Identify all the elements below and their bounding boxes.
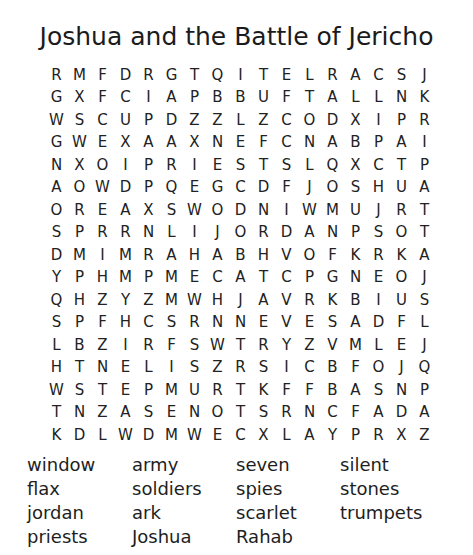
grid-cell-r9c7[interactable]: H (183, 244, 206, 267)
grid-cell-r12c4[interactable]: H (114, 312, 137, 335)
grid-cell-r5c7[interactable]: I (183, 154, 206, 177)
grid-cell-r8c6[interactable]: L (160, 222, 183, 245)
grid-cell-r1c1[interactable]: R (45, 64, 68, 87)
grid-cell-r1c12[interactable]: L (298, 64, 321, 87)
word-item-ark: ark (132, 501, 236, 525)
grid-cell-r11c14[interactable]: B (344, 289, 367, 312)
grid-cell-r1c17[interactable]: J (413, 64, 436, 87)
grid-cell-r15c7[interactable]: U (183, 379, 206, 402)
grid-cell-r10c12[interactable]: P (298, 267, 321, 290)
grid-cell-r8c3[interactable]: R (91, 222, 114, 245)
grid-cell-r14c3[interactable]: N (91, 357, 114, 380)
grid-cell-r6c10[interactable]: D (252, 177, 275, 200)
grid-cell-r5c17[interactable]: P (413, 154, 436, 177)
grid-cell-r7c12[interactable]: W (298, 199, 321, 222)
grid-cell-r5c5[interactable]: P (137, 154, 160, 177)
grid-cell-r4c4[interactable]: X (114, 132, 137, 155)
grid-cell-r16c15[interactable]: A (367, 402, 390, 425)
grid-cell-r3c17[interactable]: R (413, 109, 436, 132)
grid-cell-r2c16[interactable]: N (390, 87, 413, 110)
grid-cell-r10c8[interactable]: C (206, 267, 229, 290)
grid-cell-r16c13[interactable]: C (321, 402, 344, 425)
word-list-column-4: silentstonestrumpets (340, 453, 444, 549)
grid-cell-r4c17[interactable]: I (413, 132, 436, 155)
grid-cell-r14c17[interactable]: Q (413, 357, 436, 380)
grid-cell-r11c1[interactable]: Q (45, 289, 68, 312)
grid-cell-r7c13[interactable]: M (321, 199, 344, 222)
grid-cell-r9c4[interactable]: M (114, 244, 137, 267)
grid-cell-r6c12[interactable]: J (298, 177, 321, 200)
grid-cell-r8c1[interactable]: S (45, 222, 68, 245)
grid-cell-r11c16[interactable]: U (390, 289, 413, 312)
grid-cell-r9c10[interactable]: H (252, 244, 275, 267)
grid-cell-r7c10[interactable]: N (252, 199, 275, 222)
grid-cell-r13c10[interactable]: R (252, 334, 275, 357)
grid-cell-r16c2[interactable]: N (68, 402, 91, 425)
grid-cell-r12c7[interactable]: R (183, 312, 206, 335)
grid-cell-r15c5[interactable]: P (137, 379, 160, 402)
grid-cell-r11c9[interactable]: J (229, 289, 252, 312)
grid-cell-r5c4[interactable]: I (114, 154, 137, 177)
grid-cell-r15c11[interactable]: F (275, 379, 298, 402)
grid-cell-r7c4[interactable]: A (114, 199, 137, 222)
grid-cell-r12c9[interactable]: N (229, 312, 252, 335)
grid-cell-r8c16[interactable]: O (390, 222, 413, 245)
grid-cell-r9c11[interactable]: V (275, 244, 298, 267)
word-list-column-2: armysoldiersarkJoshua (132, 453, 236, 549)
grid-cell-r6c6[interactable]: Q (160, 177, 183, 200)
grid-cell-r17c6[interactable]: M (160, 424, 183, 447)
grid-cell-r15c10[interactable]: K (252, 379, 275, 402)
grid-cell-r9c16[interactable]: K (390, 244, 413, 267)
grid-cell-r8c11[interactable]: D (275, 222, 298, 245)
grid-cell-r17c10[interactable]: X (252, 424, 275, 447)
grid-cell-r4c7[interactable]: X (183, 132, 206, 155)
grid-cell-r14c6[interactable]: I (160, 357, 183, 380)
grid-cell-r15c1[interactable]: W (45, 379, 68, 402)
grid-cell-r4c12[interactable]: N (298, 132, 321, 155)
grid-cell-r6c4[interactable]: D (114, 177, 137, 200)
grid-cell-r3c7[interactable]: Z (183, 109, 206, 132)
grid-cell-r17c2[interactable]: D (68, 424, 91, 447)
grid-cell-r16c7[interactable]: N (183, 402, 206, 425)
grid-cell-r2c8[interactable]: B (206, 87, 229, 110)
grid-cell-r4c1[interactable]: G (45, 132, 68, 155)
grid-cell-r6c5[interactable]: P (137, 177, 160, 200)
grid-cell-r4c2[interactable]: W (68, 132, 91, 155)
grid-cell-r5c11[interactable]: S (275, 154, 298, 177)
grid-cell-r3c6[interactable]: D (160, 109, 183, 132)
grid-cell-r7c16[interactable]: R (390, 199, 413, 222)
grid-cell-r17c1[interactable]: K (45, 424, 68, 447)
grid-cell-r7c5[interactable]: X (137, 199, 160, 222)
grid-cell-r1c16[interactable]: S (390, 64, 413, 87)
grid-cell-r6c16[interactable]: U (390, 177, 413, 200)
grid-cell-r14c5[interactable]: L (137, 357, 160, 380)
grid-cell-r4c13[interactable]: A (321, 132, 344, 155)
grid-cell-r1c3[interactable]: F (91, 64, 114, 87)
grid-cell-r2c3[interactable]: F (91, 87, 114, 110)
grid-cell-r7c8[interactable]: O (206, 199, 229, 222)
grid-cell-r15c16[interactable]: N (390, 379, 413, 402)
grid-cell-r3c11[interactable]: C (275, 109, 298, 132)
grid-cell-r16c14[interactable]: F (344, 402, 367, 425)
grid-cell-r3c14[interactable]: X (344, 109, 367, 132)
grid-cell-r15c4[interactable]: E (114, 379, 137, 402)
grid-cell-r13c12[interactable]: Z (298, 334, 321, 357)
grid-cell-r11c2[interactable]: H (68, 289, 91, 312)
grid-cell-r10c2[interactable]: P (68, 267, 91, 290)
grid-cell-r8c4[interactable]: R (114, 222, 137, 245)
grid-cell-r17c3[interactable]: L (91, 424, 114, 447)
grid-cell-r2c9[interactable]: B (229, 87, 252, 110)
word-item-scarlet: scarlet (236, 501, 340, 525)
grid-cell-r17c9[interactable]: C (229, 424, 252, 447)
grid-cell-r4c14[interactable]: B (344, 132, 367, 155)
grid-cell-r10c10[interactable]: T (252, 267, 275, 290)
grid-cell-r10c14[interactable]: N (344, 267, 367, 290)
grid-cell-r13c1[interactable]: L (45, 334, 68, 357)
grid-cell-r7c17[interactable]: T (413, 199, 436, 222)
grid-cell-r1c14[interactable]: A (344, 64, 367, 87)
grid-cell-r7c3[interactable]: E (91, 199, 114, 222)
grid-cell-r9c12[interactable]: O (298, 244, 321, 267)
grid-cell-r3c1[interactable]: W (45, 109, 68, 132)
grid-cell-r13c5[interactable]: R (137, 334, 160, 357)
grid-cell-r11c3[interactable]: Z (91, 289, 114, 312)
grid-cell-r16c1[interactable]: T (45, 402, 68, 425)
grid-cell-r12c13[interactable]: S (321, 312, 344, 335)
grid-cell-r13c6[interactable]: F (160, 334, 183, 357)
grid-cell-r17c5[interactable]: D (137, 424, 160, 447)
grid-cell-r6c7[interactable]: E (183, 177, 206, 200)
grid-cell-r12c2[interactable]: P (68, 312, 91, 335)
grid-cell-r12c6[interactable]: S (160, 312, 183, 335)
grid-cell-r12c8[interactable]: N (206, 312, 229, 335)
grid-cell-r2c5[interactable]: I (137, 87, 160, 110)
grid-cell-r16c12[interactable]: N (298, 402, 321, 425)
grid-cell-r6c1[interactable]: A (45, 177, 68, 200)
grid-cell-r8c15[interactable]: S (367, 222, 390, 245)
grid-cell-r7c11[interactable]: I (275, 199, 298, 222)
grid-cell-r15c15[interactable]: S (367, 379, 390, 402)
grid-cell-r15c3[interactable]: T (91, 379, 114, 402)
grid-cell-r11c6[interactable]: M (160, 289, 183, 312)
grid-cell-r4c8[interactable]: N (206, 132, 229, 155)
grid-cell-r9c6[interactable]: A (160, 244, 183, 267)
grid-cell-r4c9[interactable]: E (229, 132, 252, 155)
grid-cell-r9c13[interactable]: F (321, 244, 344, 267)
grid-cell-r1c7[interactable]: T (183, 64, 206, 87)
grid-cell-r2c13[interactable]: A (321, 87, 344, 110)
grid-cell-r16c8[interactable]: O (206, 402, 229, 425)
grid-cell-r11c11[interactable]: V (275, 289, 298, 312)
grid-cell-r5c9[interactable]: S (229, 154, 252, 177)
grid-cell-r15c13[interactable]: B (321, 379, 344, 402)
grid-cell-r5c8[interactable]: E (206, 154, 229, 177)
grid-cell-r13c15[interactable]: L (367, 334, 390, 357)
grid-cell-r17c4[interactable]: W (114, 424, 137, 447)
word-item-window: window (27, 453, 132, 477)
grid-cell-r11c13[interactable]: K (321, 289, 344, 312)
grid-cell-r13c8[interactable]: W (206, 334, 229, 357)
grid-cell-r16c10[interactable]: S (252, 402, 275, 425)
grid-cell-r2c7[interactable]: P (183, 87, 206, 110)
grid-cell-r10c11[interactable]: C (275, 267, 298, 290)
grid-cell-r16c17[interactable]: A (413, 402, 436, 425)
grid-cell-r2c1[interactable]: G (45, 87, 68, 110)
grid-cell-r15c12[interactable]: F (298, 379, 321, 402)
grid-cell-r2c11[interactable]: F (275, 87, 298, 110)
grid-cell-r2c14[interactable]: L (344, 87, 367, 110)
grid-cell-r7c14[interactable]: U (344, 199, 367, 222)
grid-cell-r1c2[interactable]: M (68, 64, 91, 87)
grid-cell-r14c9[interactable]: R (229, 357, 252, 380)
grid-cell-r11c12[interactable]: R (298, 289, 321, 312)
grid-cell-r6c11[interactable]: F (275, 177, 298, 200)
grid-cell-r6c13[interactable]: O (321, 177, 344, 200)
grid-cell-r8c9[interactable]: O (229, 222, 252, 245)
grid-cell-r16c11[interactable]: R (275, 402, 298, 425)
grid-cell-r14c11[interactable]: I (275, 357, 298, 380)
grid-cell-r10c9[interactable]: A (229, 267, 252, 290)
grid-cell-r1c10[interactable]: T (252, 64, 275, 87)
grid-cell-r3c16[interactable]: P (390, 109, 413, 132)
grid-cell-r2c4[interactable]: C (114, 87, 137, 110)
grid-cell-r6c3[interactable]: W (91, 177, 114, 200)
grid-cell-r11c7[interactable]: W (183, 289, 206, 312)
grid-cell-r13c7[interactable]: S (183, 334, 206, 357)
grid-cell-r6c15[interactable]: H (367, 177, 390, 200)
grid-cell-r9c17[interactable]: A (413, 244, 436, 267)
grid-cell-r7c6[interactable]: S (160, 199, 183, 222)
grid-cell-r2c2[interactable]: X (68, 87, 91, 110)
grid-cell-r5c10[interactable]: T (252, 154, 275, 177)
grid-cell-r15c14[interactable]: A (344, 379, 367, 402)
grid-cell-r14c10[interactable]: S (252, 357, 275, 380)
grid-cell-r17c8[interactable]: E (206, 424, 229, 447)
grid-cell-r14c16[interactable]: J (390, 357, 413, 380)
grid-cell-r12c16[interactable]: F (390, 312, 413, 335)
grid-cell-r12c11[interactable]: V (275, 312, 298, 335)
grid-cell-r14c1[interactable]: H (45, 357, 68, 380)
grid-cell-r5c13[interactable]: Q (321, 154, 344, 177)
grid-cell-r15c17[interactable]: P (413, 379, 436, 402)
grid-cell-r6c9[interactable]: C (229, 177, 252, 200)
grid-cell-r10c4[interactable]: M (114, 267, 137, 290)
grid-cell-r6c17[interactable]: A (413, 177, 436, 200)
grid-cell-r17c11[interactable]: L (275, 424, 298, 447)
grid-cell-r14c13[interactable]: B (321, 357, 344, 380)
grid-cell-r8c17[interactable]: T (413, 222, 436, 245)
grid-cell-r1c5[interactable]: R (137, 64, 160, 87)
grid-cell-r8c2[interactable]: P (68, 222, 91, 245)
grid-cell-r7c15[interactable]: J (367, 199, 390, 222)
grid-cell-r1c13[interactable]: R (321, 64, 344, 87)
grid-cell-r9c8[interactable]: A (206, 244, 229, 267)
grid-cell-r10c5[interactable]: P (137, 267, 160, 290)
grid-cell-r5c14[interactable]: X (344, 154, 367, 177)
grid-cell-r10c3[interactable]: H (91, 267, 114, 290)
grid-cell-r3c12[interactable]: O (298, 109, 321, 132)
grid-cell-r6c2[interactable]: O (68, 177, 91, 200)
grid-cell-r9c15[interactable]: R (367, 244, 390, 267)
grid-cell-r1c8[interactable]: Q (206, 64, 229, 87)
grid-cell-r13c13[interactable]: V (321, 334, 344, 357)
grid-cell-r8c13[interactable]: N (321, 222, 344, 245)
grid-cell-r10c6[interactable]: M (160, 267, 183, 290)
grid-cell-r5c6[interactable]: R (160, 154, 183, 177)
grid-cell-r13c16[interactable]: E (390, 334, 413, 357)
grid-cell-r1c9[interactable]: I (229, 64, 252, 87)
grid-cell-r3c4[interactable]: U (114, 109, 137, 132)
grid-cell-r13c11[interactable]: Y (275, 334, 298, 357)
grid-cell-r14c4[interactable]: E (114, 357, 137, 380)
grid-cell-r4c16[interactable]: A (390, 132, 413, 155)
grid-cell-r3c5[interactable]: P (137, 109, 160, 132)
grid-cell-r9c5[interactable]: R (137, 244, 160, 267)
grid-cell-r3c10[interactable]: Z (252, 109, 275, 132)
grid-cell-r4c3[interactable]: E (91, 132, 114, 155)
grid-cell-r12c15[interactable]: D (367, 312, 390, 335)
grid-cell-r10c15[interactable]: E (367, 267, 390, 290)
grid-cell-r3c9[interactable]: L (229, 109, 252, 132)
grid-cell-r7c7[interactable]: W (183, 199, 206, 222)
grid-cell-r3c13[interactable]: D (321, 109, 344, 132)
grid-cell-r3c8[interactable]: Z (206, 109, 229, 132)
grid-cell-r5c3[interactable]: O (91, 154, 114, 177)
grid-cell-r4c10[interactable]: F (252, 132, 275, 155)
grid-cell-r15c6[interactable]: M (160, 379, 183, 402)
grid-cell-r14c8[interactable]: Z (206, 357, 229, 380)
grid-cell-r2c12[interactable]: T (298, 87, 321, 110)
grid-cell-r11c5[interactable]: Z (137, 289, 160, 312)
grid-cell-r3c15[interactable]: I (367, 109, 390, 132)
grid-cell-r12c5[interactable]: C (137, 312, 160, 335)
grid-cell-r16c4[interactable]: A (114, 402, 137, 425)
grid-cell-r12c3[interactable]: F (91, 312, 114, 335)
grid-cell-r13c9[interactable]: T (229, 334, 252, 357)
grid-cell-r14c14[interactable]: F (344, 357, 367, 380)
grid-cell-r9c2[interactable]: M (68, 244, 91, 267)
grid-cell-r4c11[interactable]: C (275, 132, 298, 155)
grid-cell-r6c14[interactable]: S (344, 177, 367, 200)
grid-cell-r10c16[interactable]: O (390, 267, 413, 290)
puzzle-title: Joshua and the Battle of Jericho (0, 22, 473, 51)
grid-cell-r13c17[interactable]: J (413, 334, 436, 357)
grid-cell-r13c4[interactable]: I (114, 334, 137, 357)
grid-cell-r1c11[interactable]: E (275, 64, 298, 87)
grid-cell-r4c6[interactable]: A (160, 132, 183, 155)
grid-cell-r16c3[interactable]: Z (91, 402, 114, 425)
word-item-stones: stones (340, 477, 444, 501)
grid-cell-r5c2[interactable]: X (68, 154, 91, 177)
grid-cell-r12c14[interactable]: A (344, 312, 367, 335)
grid-cell-r11c17[interactable]: S (413, 289, 436, 312)
grid-cell-r3c3[interactable]: C (91, 109, 114, 132)
grid-cell-r17c14[interactable]: P (344, 424, 367, 447)
grid-cell-r17c15[interactable]: R (367, 424, 390, 447)
grid-cell-r1c4[interactable]: D (114, 64, 137, 87)
grid-cell-r9c3[interactable]: I (91, 244, 114, 267)
grid-cell-r8c8[interactable]: J (206, 222, 229, 245)
grid-cell-r2c17[interactable]: K (413, 87, 436, 110)
grid-cell-r4c15[interactable]: P (367, 132, 390, 155)
grid-cell-r15c8[interactable]: R (206, 379, 229, 402)
grid-cell-r11c15[interactable]: I (367, 289, 390, 312)
grid-cell-r17c12[interactable]: A (298, 424, 321, 447)
grid-cell-r2c6[interactable]: A (160, 87, 183, 110)
grid-cell-r1c6[interactable]: G (160, 64, 183, 87)
grid-cell-r10c17[interactable]: J (413, 267, 436, 290)
grid-cell-r13c3[interactable]: Z (91, 334, 114, 357)
grid-cell-r17c13[interactable]: Y (321, 424, 344, 447)
grid-cell-r3c2[interactable]: S (68, 109, 91, 132)
grid-cell-r11c8[interactable]: H (206, 289, 229, 312)
grid-cell-r8c12[interactable]: A (298, 222, 321, 245)
grid-cell-r12c1[interactable]: S (45, 312, 68, 335)
grid-cell-r14c12[interactable]: C (298, 357, 321, 380)
grid-cell-r15c9[interactable]: T (229, 379, 252, 402)
grid-cell-r9c9[interactable]: B (229, 244, 252, 267)
grid-cell-r15c2[interactable]: S (68, 379, 91, 402)
grid-cell-r4c5[interactable]: A (137, 132, 160, 155)
grid-cell-r2c10[interactable]: U (252, 87, 275, 110)
grid-cell-r17c16[interactable]: X (390, 424, 413, 447)
grid-cell-r2c15[interactable]: L (367, 87, 390, 110)
grid-cell-r8c10[interactable]: R (252, 222, 275, 245)
grid-cell-r7c1[interactable]: O (45, 199, 68, 222)
grid-cell-r9c1[interactable]: D (45, 244, 68, 267)
word-list-column-1: windowflaxjordanpriests (27, 453, 132, 549)
grid-cell-r16c9[interactable]: T (229, 402, 252, 425)
grid-cell-r5c1[interactable]: N (45, 154, 68, 177)
grid-cell-r12c10[interactable]: E (252, 312, 275, 335)
grid-cell-r16c16[interactable]: D (390, 402, 413, 425)
word-search-grid: RMFDRGTQITELRACSJGXFCIAPBBUFTALLNKWSCUPD… (45, 64, 436, 447)
grid-cell-r8c5[interactable]: N (137, 222, 160, 245)
word-item-rahab: Rahab (236, 525, 340, 549)
word-list: windowflaxjordanpriestsarmysoldiersarkJo… (27, 453, 444, 549)
grid-cell-r13c14[interactable]: M (344, 334, 367, 357)
grid-cell-r12c17[interactable]: L (413, 312, 436, 335)
grid-cell-r12c12[interactable]: E (298, 312, 321, 335)
grid-cell-r10c1[interactable]: Y (45, 267, 68, 290)
grid-cell-r14c15[interactable]: O (367, 357, 390, 380)
grid-cell-r17c7[interactable]: W (183, 424, 206, 447)
grid-cell-r14c2[interactable]: T (68, 357, 91, 380)
grid-cell-r5c12[interactable]: L (298, 154, 321, 177)
grid-cell-r10c13[interactable]: G (321, 267, 344, 290)
grid-cell-r5c16[interactable]: T (390, 154, 413, 177)
grid-cell-r16c5[interactable]: S (137, 402, 160, 425)
grid-cell-r5c15[interactable]: C (367, 154, 390, 177)
grid-cell-r1c15[interactable]: C (367, 64, 390, 87)
grid-cell-r16c6[interactable]: E (160, 402, 183, 425)
grid-cell-r6c8[interactable]: G (206, 177, 229, 200)
grid-cell-r13c2[interactable]: B (68, 334, 91, 357)
grid-cell-r9c14[interactable]: K (344, 244, 367, 267)
grid-cell-r14c7[interactable]: S (183, 357, 206, 380)
grid-cell-r7c2[interactable]: R (68, 199, 91, 222)
grid-cell-r11c10[interactable]: A (252, 289, 275, 312)
grid-cell-r10c7[interactable]: E (183, 267, 206, 290)
grid-cell-r8c14[interactable]: P (344, 222, 367, 245)
grid-cell-r8c7[interactable]: I (183, 222, 206, 245)
grid-cell-r7c9[interactable]: D (229, 199, 252, 222)
grid-cell-r11c4[interactable]: Y (114, 289, 137, 312)
grid-cell-r17c17[interactable]: Z (413, 424, 436, 447)
